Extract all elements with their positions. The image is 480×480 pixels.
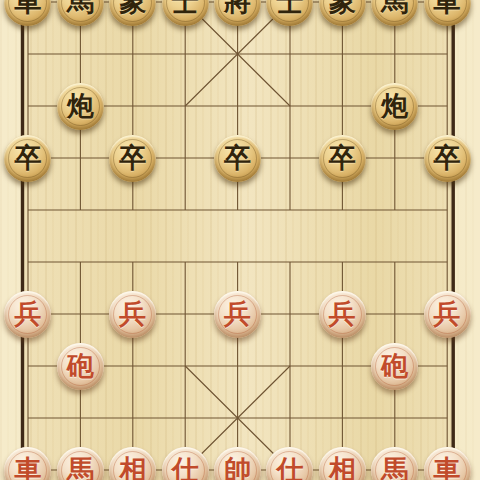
piece-black-cannon[interactable]: 炮 <box>371 83 418 130</box>
piece-glyph: 兵 <box>14 300 41 327</box>
piece-black-soldier[interactable]: 卒 <box>4 135 51 182</box>
piece-red-advisor[interactable]: 仕 <box>162 447 209 480</box>
piece-black-advisor[interactable]: 士 <box>266 0 313 26</box>
piece-red-general[interactable]: 帥 <box>214 447 261 480</box>
piece-red-elephant[interactable]: 相 <box>319 447 366 480</box>
piece-black-soldier[interactable]: 卒 <box>319 135 366 182</box>
piece-black-soldier[interactable]: 卒 <box>109 135 156 182</box>
piece-black-advisor[interactable]: 士 <box>162 0 209 26</box>
piece-black-chariot[interactable]: 車 <box>424 0 471 26</box>
piece-glyph: 砲 <box>67 352 94 379</box>
piece-glyph: 卒 <box>119 144 146 171</box>
piece-black-general[interactable]: 將 <box>214 0 261 26</box>
piece-glyph: 車 <box>14 0 41 15</box>
piece-red-cannon[interactable]: 砲 <box>57 343 104 390</box>
piece-glyph: 帥 <box>224 456 251 480</box>
piece-black-elephant[interactable]: 象 <box>319 0 366 26</box>
piece-glyph: 炮 <box>381 92 408 119</box>
piece-glyph: 馬 <box>67 456 94 480</box>
piece-glyph: 相 <box>119 456 146 480</box>
piece-black-horse[interactable]: 馬 <box>57 0 104 26</box>
piece-glyph: 馬 <box>381 456 408 480</box>
piece-red-cannon[interactable]: 砲 <box>371 343 418 390</box>
piece-red-horse[interactable]: 馬 <box>371 447 418 480</box>
piece-red-soldier[interactable]: 兵 <box>109 291 156 338</box>
piece-red-chariot[interactable]: 車 <box>4 447 51 480</box>
piece-glyph: 馬 <box>67 0 94 15</box>
piece-glyph: 象 <box>329 0 356 15</box>
piece-glyph: 車 <box>434 0 461 15</box>
piece-glyph: 仕 <box>172 456 199 480</box>
piece-glyph: 士 <box>276 0 303 15</box>
piece-red-soldier[interactable]: 兵 <box>319 291 366 338</box>
piece-glyph: 車 <box>434 456 461 480</box>
piece-glyph: 卒 <box>14 144 41 171</box>
piece-black-horse[interactable]: 馬 <box>371 0 418 26</box>
piece-red-chariot[interactable]: 車 <box>424 447 471 480</box>
piece-glyph: 兵 <box>224 300 251 327</box>
piece-red-advisor[interactable]: 仕 <box>266 447 313 480</box>
piece-glyph: 卒 <box>434 144 461 171</box>
piece-black-soldier[interactable]: 卒 <box>424 135 471 182</box>
piece-black-cannon[interactable]: 炮 <box>57 83 104 130</box>
piece-red-soldier[interactable]: 兵 <box>214 291 261 338</box>
piece-red-soldier[interactable]: 兵 <box>4 291 51 338</box>
piece-red-horse[interactable]: 馬 <box>57 447 104 480</box>
piece-glyph: 士 <box>172 0 199 15</box>
piece-glyph: 象 <box>119 0 146 15</box>
piece-black-elephant[interactable]: 象 <box>109 0 156 26</box>
piece-glyph: 兵 <box>434 300 461 327</box>
piece-glyph: 卒 <box>224 144 251 171</box>
xiangqi-board: 車馬象士將士象馬車炮炮卒卒卒卒卒兵兵兵兵兵砲砲車馬相仕帥仕相馬車 <box>0 0 480 480</box>
piece-red-soldier[interactable]: 兵 <box>424 291 471 338</box>
piece-glyph: 炮 <box>67 92 94 119</box>
piece-layer: 車馬象士將士象馬車炮炮卒卒卒卒卒兵兵兵兵兵砲砲車馬相仕帥仕相馬車 <box>2 0 474 480</box>
piece-red-elephant[interactable]: 相 <box>109 447 156 480</box>
piece-glyph: 兵 <box>329 300 356 327</box>
piece-glyph: 仕 <box>276 456 303 480</box>
piece-glyph: 兵 <box>119 300 146 327</box>
piece-glyph: 砲 <box>381 352 408 379</box>
piece-glyph: 馬 <box>381 0 408 15</box>
piece-glyph: 相 <box>329 456 356 480</box>
piece-glyph: 卒 <box>329 144 356 171</box>
piece-black-chariot[interactable]: 車 <box>4 0 51 26</box>
piece-black-soldier[interactable]: 卒 <box>214 135 261 182</box>
piece-glyph: 將 <box>224 0 251 15</box>
piece-glyph: 車 <box>14 456 41 480</box>
